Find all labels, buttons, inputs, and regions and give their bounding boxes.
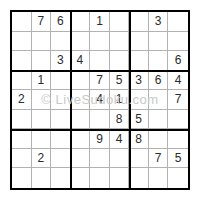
sudoku-cell-r4c4[interactable] — [71, 71, 91, 91]
sudoku-cell-r1c8[interactable]: 3 — [149, 12, 169, 32]
sudoku-cell-r3c3[interactable]: 3 — [51, 51, 71, 71]
sudoku-cell-r5c2[interactable] — [32, 90, 52, 110]
sudoku-cell-r9c9[interactable] — [168, 168, 188, 188]
sudoku-cell-r3c6[interactable] — [110, 51, 130, 71]
sudoku-cell-r2c6[interactable] — [110, 32, 130, 52]
sudoku-cell-r9c5[interactable] — [90, 168, 110, 188]
sudoku-cell-r8c8[interactable]: 7 — [149, 149, 169, 169]
sudoku-cell-r3c9[interactable]: 6 — [168, 51, 188, 71]
sudoku-cell-r7c1[interactable] — [12, 129, 32, 149]
sudoku-cell-r7c3[interactable] — [51, 129, 71, 149]
sudoku-cell-r1c3[interactable]: 6 — [51, 12, 71, 32]
sudoku-cell-r1c4[interactable] — [71, 12, 91, 32]
sudoku-cell-r8c4[interactable] — [71, 149, 91, 169]
sudoku-cell-r9c1[interactable] — [12, 168, 32, 188]
sudoku-cell-r4c5[interactable]: 7 — [90, 71, 110, 91]
sudoku-grid: 7613346175364241785948275 — [12, 12, 188, 188]
sudoku-cell-r6c7[interactable]: 5 — [129, 110, 149, 130]
sudoku-cell-r6c6[interactable]: 8 — [110, 110, 130, 130]
sudoku-page: 7613346175364241785948275 © LiveSudoku.c… — [0, 0, 200, 200]
sudoku-cell-r4c6[interactable]: 5 — [110, 71, 130, 91]
sudoku-cell-r1c1[interactable] — [12, 12, 32, 32]
sudoku-cell-r2c7[interactable] — [129, 32, 149, 52]
sudoku-cell-r6c5[interactable] — [90, 110, 110, 130]
sudoku-cell-r5c5[interactable]: 4 — [90, 90, 110, 110]
sudoku-cell-r5c1[interactable]: 2 — [12, 90, 32, 110]
sudoku-cell-r4c1[interactable] — [12, 71, 32, 91]
sudoku-cell-r1c7[interactable] — [129, 12, 149, 32]
sudoku-cell-r6c3[interactable] — [51, 110, 71, 130]
sudoku-cell-r5c3[interactable] — [51, 90, 71, 110]
sudoku-cell-r8c1[interactable] — [12, 149, 32, 169]
sudoku-cell-r3c5[interactable] — [90, 51, 110, 71]
sudoku-cell-r5c7[interactable] — [129, 90, 149, 110]
sudoku-cell-r6c4[interactable] — [71, 110, 91, 130]
sudoku-cell-r2c1[interactable] — [12, 32, 32, 52]
sudoku-cell-r8c3[interactable] — [51, 149, 71, 169]
sudoku-cell-r8c2[interactable]: 2 — [32, 149, 52, 169]
sudoku-cell-r4c9[interactable]: 4 — [168, 71, 188, 91]
sudoku-cell-r9c3[interactable] — [51, 168, 71, 188]
sudoku-cell-r7c5[interactable]: 9 — [90, 129, 110, 149]
sudoku-cell-r1c5[interactable]: 1 — [90, 12, 110, 32]
sudoku-cell-r8c7[interactable] — [129, 149, 149, 169]
sudoku-cell-r9c6[interactable] — [110, 168, 130, 188]
sudoku-cell-r2c2[interactable] — [32, 32, 52, 52]
sudoku-cell-r2c4[interactable] — [71, 32, 91, 52]
sudoku-cell-r6c8[interactable] — [149, 110, 169, 130]
sudoku-cell-r7c6[interactable]: 4 — [110, 129, 130, 149]
sudoku-cell-r6c1[interactable] — [12, 110, 32, 130]
sudoku-cell-r4c7[interactable]: 3 — [129, 71, 149, 91]
sudoku-cell-r9c8[interactable] — [149, 168, 169, 188]
sudoku-cell-r7c4[interactable] — [71, 129, 91, 149]
sudoku-cell-r8c5[interactable] — [90, 149, 110, 169]
sudoku-cell-r4c3[interactable] — [51, 71, 71, 91]
sudoku-cell-r9c2[interactable] — [32, 168, 52, 188]
sudoku-cell-r6c2[interactable] — [32, 110, 52, 130]
sudoku-cell-r4c2[interactable]: 1 — [32, 71, 52, 91]
sudoku-cell-r3c2[interactable] — [32, 51, 52, 71]
sudoku-cell-r3c1[interactable] — [12, 51, 32, 71]
sudoku-cell-r3c8[interactable] — [149, 51, 169, 71]
sudoku-cell-r2c8[interactable] — [149, 32, 169, 52]
sudoku-cell-r1c2[interactable]: 7 — [32, 12, 52, 32]
sudoku-cell-r7c7[interactable]: 8 — [129, 129, 149, 149]
sudoku-cell-r7c9[interactable] — [168, 129, 188, 149]
sudoku-cell-r8c6[interactable] — [110, 149, 130, 169]
sudoku-cell-r8c9[interactable]: 5 — [168, 149, 188, 169]
sudoku-cell-r7c8[interactable] — [149, 129, 169, 149]
sudoku-cell-r6c9[interactable] — [168, 110, 188, 130]
sudoku-cell-r5c6[interactable]: 1 — [110, 90, 130, 110]
sudoku-cell-r9c7[interactable] — [129, 168, 149, 188]
sudoku-cell-r2c9[interactable] — [168, 32, 188, 52]
sudoku-cell-r5c4[interactable] — [71, 90, 91, 110]
sudoku-board: 7613346175364241785948275 © LiveSudoku.c… — [10, 10, 190, 190]
sudoku-cell-r1c6[interactable] — [110, 12, 130, 32]
sudoku-cell-r3c7[interactable] — [129, 51, 149, 71]
sudoku-cell-r4c8[interactable]: 6 — [149, 71, 169, 91]
sudoku-cell-r7c2[interactable] — [32, 129, 52, 149]
sudoku-cell-r5c8[interactable] — [149, 90, 169, 110]
sudoku-cell-r2c5[interactable] — [90, 32, 110, 52]
sudoku-cell-r2c3[interactable] — [51, 32, 71, 52]
sudoku-cell-r9c4[interactable] — [71, 168, 91, 188]
sudoku-cell-r1c9[interactable] — [168, 12, 188, 32]
sudoku-cell-r3c4[interactable]: 4 — [71, 51, 91, 71]
sudoku-cell-r5c9[interactable]: 7 — [168, 90, 188, 110]
